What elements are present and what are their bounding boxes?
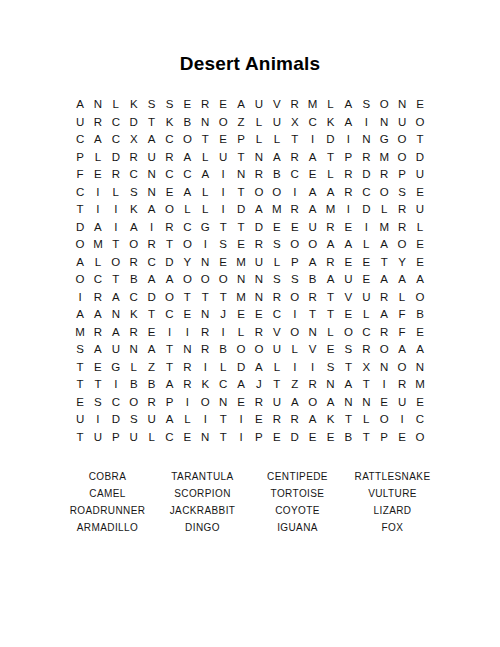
grid-cell[interactable]: C: [286, 166, 304, 184]
grid-cell[interactable]: R: [322, 219, 340, 237]
grid-cell[interactable]: A: [89, 341, 107, 359]
grid-cell[interactable]: U: [268, 394, 286, 412]
grid-cell[interactable]: R: [161, 149, 179, 167]
grid-cell[interactable]: N: [214, 394, 232, 412]
grid-cell[interactable]: O: [161, 201, 179, 219]
grid-cell[interactable]: A: [322, 394, 340, 412]
grid-cell[interactable]: N: [411, 359, 429, 377]
grid-cell[interactable]: N: [107, 306, 125, 324]
grid-cell[interactable]: D: [161, 254, 179, 272]
grid-cell[interactable]: T: [357, 429, 375, 447]
grid-cell[interactable]: A: [71, 306, 89, 324]
grid-cell[interactable]: E: [411, 96, 429, 114]
grid-cell[interactable]: K: [161, 114, 179, 132]
grid-cell[interactable]: I: [339, 201, 357, 219]
grid-cell[interactable]: U: [393, 394, 411, 412]
grid-cell[interactable]: N: [250, 289, 268, 307]
grid-cell[interactable]: T: [196, 289, 214, 307]
grid-cell[interactable]: O: [178, 271, 196, 289]
grid-cell[interactable]: V: [268, 324, 286, 342]
grid-cell[interactable]: O: [196, 271, 214, 289]
grid-cell[interactable]: S: [268, 236, 286, 254]
grid-cell[interactable]: A: [304, 149, 322, 167]
grid-cell[interactable]: O: [107, 254, 125, 272]
grid-cell[interactable]: B: [268, 166, 286, 184]
grid-cell[interactable]: G: [375, 131, 393, 149]
grid-cell[interactable]: R: [143, 236, 161, 254]
grid-cell[interactable]: N: [232, 166, 250, 184]
grid-cell[interactable]: T: [286, 131, 304, 149]
grid-cell[interactable]: T: [214, 411, 232, 429]
grid-cell[interactable]: I: [214, 184, 232, 202]
grid-cell[interactable]: A: [178, 149, 196, 167]
grid-cell[interactable]: L: [214, 359, 232, 377]
grid-cell[interactable]: S: [286, 271, 304, 289]
grid-cell[interactable]: E: [304, 166, 322, 184]
grid-cell[interactable]: R: [89, 324, 107, 342]
grid-cell[interactable]: A: [304, 411, 322, 429]
grid-cell[interactable]: A: [268, 149, 286, 167]
grid-cell[interactable]: A: [125, 219, 143, 237]
grid-cell[interactable]: O: [125, 236, 143, 254]
grid-cell[interactable]: M: [304, 96, 322, 114]
grid-cell[interactable]: M: [375, 219, 393, 237]
grid-cell[interactable]: N: [250, 149, 268, 167]
grid-cell[interactable]: A: [375, 271, 393, 289]
grid-cell[interactable]: L: [196, 184, 214, 202]
grid-cell[interactable]: O: [304, 236, 322, 254]
grid-cell[interactable]: A: [107, 324, 125, 342]
grid-cell[interactable]: S: [125, 184, 143, 202]
grid-cell[interactable]: O: [411, 114, 429, 132]
grid-cell[interactable]: L: [89, 149, 107, 167]
grid-cell[interactable]: L: [322, 324, 340, 342]
grid-cell[interactable]: E: [393, 429, 411, 447]
grid-cell[interactable]: F: [71, 166, 89, 184]
grid-cell[interactable]: N: [393, 96, 411, 114]
grid-cell[interactable]: B: [178, 114, 196, 132]
grid-cell[interactable]: L: [125, 359, 143, 377]
grid-cell[interactable]: N: [322, 376, 340, 394]
grid-cell[interactable]: L: [268, 359, 286, 377]
grid-cell[interactable]: B: [125, 376, 143, 394]
grid-cell[interactable]: T: [161, 341, 179, 359]
grid-cell[interactable]: X: [125, 131, 143, 149]
grid-cell[interactable]: E: [411, 254, 429, 272]
grid-cell[interactable]: I: [71, 289, 89, 307]
grid-cell[interactable]: I: [107, 376, 125, 394]
grid-cell[interactable]: O: [375, 96, 393, 114]
grid-cell[interactable]: D: [250, 219, 268, 237]
grid-cell[interactable]: A: [71, 96, 89, 114]
grid-cell[interactable]: N: [196, 429, 214, 447]
grid-cell[interactable]: S: [125, 411, 143, 429]
grid-cell[interactable]: A: [143, 341, 161, 359]
grid-cell[interactable]: P: [232, 131, 250, 149]
grid-cell[interactable]: O: [304, 394, 322, 412]
grid-cell[interactable]: J: [250, 376, 268, 394]
grid-cell[interactable]: I: [178, 324, 196, 342]
grid-cell[interactable]: U: [71, 114, 89, 132]
grid-cell[interactable]: E: [268, 219, 286, 237]
grid-cell[interactable]: E: [178, 96, 196, 114]
grid-cell[interactable]: I: [339, 131, 357, 149]
grid-cell[interactable]: X: [286, 114, 304, 132]
grid-cell[interactable]: R: [375, 324, 393, 342]
grid-cell[interactable]: T: [268, 376, 286, 394]
grid-cell[interactable]: C: [304, 114, 322, 132]
grid-cell[interactable]: R: [304, 376, 322, 394]
grid-cell[interactable]: E: [339, 306, 357, 324]
grid-cell[interactable]: A: [304, 254, 322, 272]
grid-cell[interactable]: D: [232, 201, 250, 219]
grid-cell[interactable]: A: [89, 306, 107, 324]
grid-cell[interactable]: R: [250, 394, 268, 412]
grid-cell[interactable]: E: [232, 306, 250, 324]
grid-cell[interactable]: L: [107, 96, 125, 114]
grid-cell[interactable]: T: [339, 411, 357, 429]
grid-cell[interactable]: I: [196, 236, 214, 254]
grid-cell[interactable]: O: [250, 184, 268, 202]
grid-cell[interactable]: C: [125, 166, 143, 184]
grid-cell[interactable]: P: [339, 149, 357, 167]
grid-cell[interactable]: K: [196, 376, 214, 394]
grid-cell[interactable]: L: [250, 131, 268, 149]
grid-cell[interactable]: A: [107, 289, 125, 307]
grid-cell[interactable]: I: [357, 114, 375, 132]
grid-cell[interactable]: R: [304, 289, 322, 307]
grid-cell[interactable]: F: [393, 306, 411, 324]
grid-cell[interactable]: U: [268, 114, 286, 132]
grid-cell[interactable]: B: [214, 341, 232, 359]
grid-cell[interactable]: D: [143, 289, 161, 307]
grid-cell[interactable]: C: [178, 166, 196, 184]
grid-cell[interactable]: T: [214, 429, 232, 447]
grid-cell[interactable]: A: [161, 411, 179, 429]
grid-cell[interactable]: A: [411, 341, 429, 359]
grid-cell[interactable]: O: [214, 271, 232, 289]
grid-cell[interactable]: D: [322, 131, 340, 149]
grid-cell[interactable]: E: [214, 254, 232, 272]
grid-cell[interactable]: C: [125, 289, 143, 307]
grid-cell[interactable]: E: [214, 96, 232, 114]
grid-cell[interactable]: T: [214, 219, 232, 237]
grid-cell[interactable]: A: [143, 271, 161, 289]
grid-cell[interactable]: T: [322, 306, 340, 324]
grid-cell[interactable]: P: [107, 429, 125, 447]
grid-cell[interactable]: D: [357, 201, 375, 219]
grid-cell[interactable]: A: [161, 271, 179, 289]
grid-cell[interactable]: I: [286, 184, 304, 202]
grid-cell[interactable]: C: [71, 131, 89, 149]
grid-cell[interactable]: L: [178, 201, 196, 219]
grid-cell[interactable]: E: [250, 411, 268, 429]
grid-cell[interactable]: U: [89, 429, 107, 447]
grid-cell[interactable]: D: [232, 359, 250, 377]
grid-cell[interactable]: T: [107, 236, 125, 254]
grid-cell[interactable]: A: [322, 271, 340, 289]
grid-cell[interactable]: T: [143, 114, 161, 132]
grid-cell[interactable]: A: [232, 376, 250, 394]
grid-cell[interactable]: A: [393, 271, 411, 289]
grid-cell[interactable]: S: [268, 271, 286, 289]
grid-cell[interactable]: I: [161, 324, 179, 342]
grid-cell[interactable]: D: [107, 411, 125, 429]
grid-cell[interactable]: U: [339, 271, 357, 289]
grid-cell[interactable]: P: [286, 254, 304, 272]
grid-cell[interactable]: O: [268, 184, 286, 202]
grid-cell[interactable]: A: [250, 359, 268, 377]
grid-cell[interactable]: N: [375, 359, 393, 377]
grid-cell[interactable]: R: [268, 289, 286, 307]
grid-cell[interactable]: E: [411, 324, 429, 342]
grid-cell[interactable]: I: [286, 306, 304, 324]
grid-cell[interactable]: L: [268, 254, 286, 272]
grid-cell[interactable]: O: [411, 429, 429, 447]
grid-cell[interactable]: L: [196, 201, 214, 219]
grid-cell[interactable]: T: [196, 131, 214, 149]
grid-cell[interactable]: L: [357, 306, 375, 324]
grid-cell[interactable]: B: [304, 271, 322, 289]
grid-cell[interactable]: U: [411, 201, 429, 219]
grid-cell[interactable]: R: [196, 341, 214, 359]
grid-cell[interactable]: O: [286, 236, 304, 254]
grid-cell[interactable]: R: [286, 201, 304, 219]
grid-cell[interactable]: E: [161, 184, 179, 202]
grid-cell[interactable]: U: [250, 254, 268, 272]
grid-cell[interactable]: M: [232, 254, 250, 272]
grid-cell[interactable]: E: [286, 219, 304, 237]
grid-cell[interactable]: N: [178, 341, 196, 359]
grid-cell[interactable]: C: [161, 131, 179, 149]
grid-cell[interactable]: E: [357, 254, 375, 272]
grid-cell[interactable]: O: [339, 324, 357, 342]
grid-cell[interactable]: U: [71, 411, 89, 429]
grid-cell[interactable]: I: [178, 394, 196, 412]
grid-cell[interactable]: O: [286, 324, 304, 342]
grid-cell[interactable]: U: [268, 341, 286, 359]
grid-cell[interactable]: E: [178, 429, 196, 447]
grid-cell[interactable]: E: [178, 306, 196, 324]
grid-cell[interactable]: U: [393, 114, 411, 132]
grid-cell[interactable]: T: [71, 429, 89, 447]
grid-cell[interactable]: T: [71, 376, 89, 394]
grid-cell[interactable]: C: [178, 219, 196, 237]
grid-cell[interactable]: O: [375, 184, 393, 202]
grid-cell[interactable]: E: [411, 236, 429, 254]
grid-cell[interactable]: B: [339, 429, 357, 447]
grid-cell[interactable]: E: [375, 394, 393, 412]
grid-cell[interactable]: C: [411, 411, 429, 429]
grid-cell[interactable]: R: [357, 341, 375, 359]
grid-cell[interactable]: A: [286, 394, 304, 412]
grid-cell[interactable]: T: [232, 219, 250, 237]
grid-cell[interactable]: T: [71, 201, 89, 219]
grid-cell[interactable]: I: [357, 219, 375, 237]
grid-cell[interactable]: C: [357, 184, 375, 202]
grid-cell[interactable]: O: [393, 131, 411, 149]
grid-cell[interactable]: E: [322, 341, 340, 359]
grid-cell[interactable]: N: [250, 271, 268, 289]
grid-cell[interactable]: E: [357, 271, 375, 289]
grid-cell[interactable]: L: [250, 114, 268, 132]
grid-cell[interactable]: M: [375, 149, 393, 167]
grid-cell[interactable]: R: [322, 254, 340, 272]
grid-cell[interactable]: O: [250, 341, 268, 359]
grid-cell[interactable]: A: [322, 184, 340, 202]
grid-cell[interactable]: R: [375, 166, 393, 184]
grid-cell[interactable]: D: [357, 166, 375, 184]
grid-cell[interactable]: A: [161, 376, 179, 394]
grid-cell[interactable]: N: [143, 184, 161, 202]
grid-cell[interactable]: L: [357, 236, 375, 254]
grid-cell[interactable]: V: [339, 289, 357, 307]
grid-cell[interactable]: Y: [393, 254, 411, 272]
grid-cell[interactable]: E: [411, 184, 429, 202]
grid-cell[interactable]: E: [304, 429, 322, 447]
grid-cell[interactable]: O: [214, 114, 232, 132]
grid-cell[interactable]: U: [411, 166, 429, 184]
grid-cell[interactable]: K: [125, 306, 143, 324]
grid-cell[interactable]: A: [375, 306, 393, 324]
grid-cell[interactable]: O: [178, 236, 196, 254]
grid-cell[interactable]: C: [143, 254, 161, 272]
grid-cell[interactable]: I: [232, 411, 250, 429]
grid-cell[interactable]: O: [125, 394, 143, 412]
grid-cell[interactable]: S: [322, 359, 340, 377]
grid-cell[interactable]: L: [143, 429, 161, 447]
grid-cell[interactable]: L: [268, 131, 286, 149]
grid-cell[interactable]: M: [71, 324, 89, 342]
grid-cell[interactable]: R: [286, 411, 304, 429]
grid-cell[interactable]: I: [107, 219, 125, 237]
grid-cell[interactable]: O: [232, 341, 250, 359]
grid-cell[interactable]: S: [143, 96, 161, 114]
grid-cell[interactable]: A: [89, 219, 107, 237]
grid-cell[interactable]: I: [196, 359, 214, 377]
grid-cell[interactable]: S: [71, 341, 89, 359]
grid-cell[interactable]: N: [304, 324, 322, 342]
grid-cell[interactable]: M: [411, 376, 429, 394]
grid-cell[interactable]: L: [393, 289, 411, 307]
grid-cell[interactable]: O: [375, 341, 393, 359]
grid-cell[interactable]: L: [411, 219, 429, 237]
grid-cell[interactable]: L: [196, 149, 214, 167]
grid-cell[interactable]: N: [143, 166, 161, 184]
grid-cell[interactable]: N: [375, 114, 393, 132]
grid-cell[interactable]: N: [196, 114, 214, 132]
grid-cell[interactable]: I: [214, 201, 232, 219]
grid-cell[interactable]: R: [393, 201, 411, 219]
grid-cell[interactable]: I: [304, 359, 322, 377]
grid-cell[interactable]: A: [322, 236, 340, 254]
grid-cell[interactable]: U: [357, 289, 375, 307]
grid-cell[interactable]: C: [161, 306, 179, 324]
grid-cell[interactable]: K: [322, 114, 340, 132]
grid-cell[interactable]: E: [232, 394, 250, 412]
grid-cell[interactable]: I: [89, 184, 107, 202]
grid-cell[interactable]: E: [339, 219, 357, 237]
grid-cell[interactable]: R: [393, 219, 411, 237]
grid-cell[interactable]: R: [375, 289, 393, 307]
grid-cell[interactable]: T: [357, 376, 375, 394]
grid-cell[interactable]: R: [393, 376, 411, 394]
grid-cell[interactable]: E: [232, 236, 250, 254]
grid-cell[interactable]: I: [107, 201, 125, 219]
grid-cell[interactable]: Z: [286, 376, 304, 394]
grid-cell[interactable]: U: [143, 149, 161, 167]
grid-cell[interactable]: A: [304, 201, 322, 219]
grid-cell[interactable]: L: [178, 411, 196, 429]
grid-cell[interactable]: R: [178, 376, 196, 394]
grid-cell[interactable]: I: [375, 376, 393, 394]
grid-cell[interactable]: R: [339, 166, 357, 184]
grid-cell[interactable]: G: [107, 359, 125, 377]
grid-cell[interactable]: E: [268, 429, 286, 447]
grid-cell[interactable]: N: [196, 254, 214, 272]
grid-cell[interactable]: T: [232, 184, 250, 202]
grid-cell[interactable]: A: [250, 201, 268, 219]
grid-cell[interactable]: C: [71, 184, 89, 202]
grid-cell[interactable]: D: [71, 219, 89, 237]
grid-cell[interactable]: T: [178, 289, 196, 307]
grid-cell[interactable]: R: [196, 96, 214, 114]
grid-cell[interactable]: R: [268, 411, 286, 429]
grid-cell[interactable]: R: [89, 114, 107, 132]
grid-cell[interactable]: L: [286, 341, 304, 359]
grid-cell[interactable]: C: [107, 131, 125, 149]
grid-cell[interactable]: U: [143, 411, 161, 429]
grid-cell[interactable]: I: [232, 429, 250, 447]
grid-cell[interactable]: O: [196, 394, 214, 412]
grid-cell[interactable]: P: [375, 429, 393, 447]
grid-cell[interactable]: S: [357, 96, 375, 114]
grid-cell[interactable]: E: [322, 429, 340, 447]
grid-cell[interactable]: T: [304, 306, 322, 324]
grid-cell[interactable]: A: [232, 96, 250, 114]
grid-cell[interactable]: E: [214, 131, 232, 149]
grid-cell[interactable]: N: [232, 271, 250, 289]
grid-cell[interactable]: I: [304, 131, 322, 149]
grid-cell[interactable]: A: [339, 376, 357, 394]
grid-cell[interactable]: R: [286, 149, 304, 167]
grid-cell[interactable]: L: [107, 184, 125, 202]
grid-cell[interactable]: A: [339, 96, 357, 114]
grid-cell[interactable]: V: [304, 341, 322, 359]
grid-cell[interactable]: U: [214, 149, 232, 167]
grid-cell[interactable]: D: [125, 114, 143, 132]
grid-cell[interactable]: I: [143, 219, 161, 237]
grid-cell[interactable]: O: [286, 289, 304, 307]
grid-cell[interactable]: D: [107, 149, 125, 167]
grid-cell[interactable]: L: [357, 411, 375, 429]
grid-cell[interactable]: C: [161, 429, 179, 447]
grid-cell[interactable]: U: [107, 341, 125, 359]
grid-cell[interactable]: L: [322, 96, 340, 114]
grid-cell[interactable]: S: [214, 236, 232, 254]
grid-cell[interactable]: O: [393, 236, 411, 254]
grid-cell[interactable]: R: [339, 184, 357, 202]
grid-cell[interactable]: K: [125, 201, 143, 219]
grid-cell[interactable]: U: [125, 429, 143, 447]
grid-cell[interactable]: A: [393, 341, 411, 359]
grid-cell[interactable]: C: [107, 114, 125, 132]
grid-cell[interactable]: P: [71, 149, 89, 167]
grid-cell[interactable]: R: [196, 324, 214, 342]
grid-cell[interactable]: Z: [143, 359, 161, 377]
grid-cell[interactable]: I: [393, 411, 411, 429]
grid-cell[interactable]: A: [143, 201, 161, 219]
